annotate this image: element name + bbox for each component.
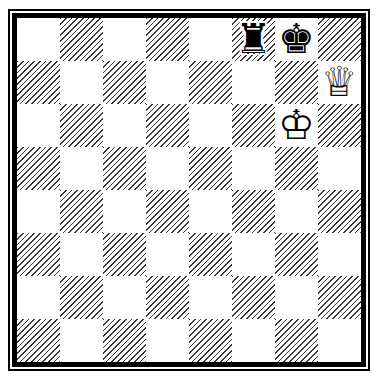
square-a6 (17, 104, 60, 147)
square-g1 (275, 319, 318, 362)
square-f4 (232, 190, 275, 233)
square-b6 (60, 104, 103, 147)
square-a7 (17, 61, 60, 104)
square-d4 (146, 190, 189, 233)
square-a4 (17, 190, 60, 233)
square-b4 (60, 190, 103, 233)
square-g5 (275, 147, 318, 190)
square-a1 (17, 319, 60, 362)
square-c3 (103, 233, 146, 276)
chess-board-grid: ♜♚♕♔ (17, 18, 361, 362)
square-h6 (318, 104, 361, 147)
square-c1 (103, 319, 146, 362)
square-e3 (189, 233, 232, 276)
square-f7 (232, 61, 275, 104)
square-g8: ♚ (275, 18, 318, 61)
square-h5 (318, 147, 361, 190)
square-f6 (232, 104, 275, 147)
square-d2 (146, 276, 189, 319)
piece-black-king: ♚ (278, 18, 315, 61)
square-g3 (275, 233, 318, 276)
square-e1 (189, 319, 232, 362)
chess-board: ♜♚♕♔ (8, 9, 370, 371)
square-h1 (318, 319, 361, 362)
square-d3 (146, 233, 189, 276)
square-f3 (232, 233, 275, 276)
square-d8 (146, 18, 189, 61)
square-e8 (189, 18, 232, 61)
square-c5 (103, 147, 146, 190)
piece-white-queen: ♕ (321, 61, 358, 104)
square-b5 (60, 147, 103, 190)
square-g2 (275, 276, 318, 319)
square-h8 (318, 18, 361, 61)
square-a5 (17, 147, 60, 190)
square-f5 (232, 147, 275, 190)
square-b2 (60, 276, 103, 319)
square-b8 (60, 18, 103, 61)
square-f8: ♜ (232, 18, 275, 61)
square-b1 (60, 319, 103, 362)
square-e6 (189, 104, 232, 147)
square-d5 (146, 147, 189, 190)
square-a8 (17, 18, 60, 61)
piece-white-king: ♔ (278, 104, 315, 147)
square-b7 (60, 61, 103, 104)
square-c7 (103, 61, 146, 104)
square-g6: ♔ (275, 104, 318, 147)
square-a3 (17, 233, 60, 276)
square-a2 (17, 276, 60, 319)
square-d1 (146, 319, 189, 362)
square-c6 (103, 104, 146, 147)
square-b3 (60, 233, 103, 276)
square-g7 (275, 61, 318, 104)
square-f2 (232, 276, 275, 319)
square-c2 (103, 276, 146, 319)
square-e2 (189, 276, 232, 319)
square-h7: ♕ (318, 61, 361, 104)
square-c4 (103, 190, 146, 233)
piece-black-rook: ♜ (235, 18, 272, 61)
square-h4 (318, 190, 361, 233)
square-h2 (318, 276, 361, 319)
square-d7 (146, 61, 189, 104)
square-e7 (189, 61, 232, 104)
square-h3 (318, 233, 361, 276)
square-f1 (232, 319, 275, 362)
square-e4 (189, 190, 232, 233)
chess-board-inner-border: ♜♚♕♔ (12, 13, 366, 367)
square-c8 (103, 18, 146, 61)
square-d6 (146, 104, 189, 147)
square-e5 (189, 147, 232, 190)
square-g4 (275, 190, 318, 233)
